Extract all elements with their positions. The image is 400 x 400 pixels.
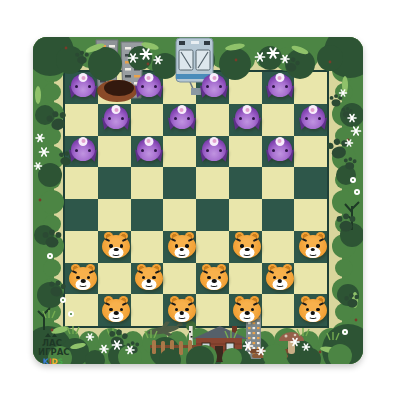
- tiger-cub-piece[interactable]: [299, 296, 327, 323]
- purple-owl-piece[interactable]: [233, 105, 261, 132]
- tiger-cub-piece[interactable]: [168, 232, 196, 259]
- purple-owl-piece[interactable]: [299, 105, 327, 132]
- purple-owl-piece[interactable]: [200, 137, 228, 164]
- purple-owl-piece[interactable]: [168, 105, 196, 132]
- tiger-cub-piece[interactable]: [299, 232, 327, 259]
- purple-owl-piece[interactable]: [135, 73, 163, 100]
- tiger-cub-piece[interactable]: [168, 296, 196, 323]
- tiger-cub-piece[interactable]: [102, 232, 130, 259]
- pieces-layer: [65, 72, 327, 326]
- checkers-mat-photo: ЛАС ИГРАС KIDS: [0, 0, 400, 400]
- purple-owl-piece[interactable]: [266, 73, 294, 100]
- tiger-cub-piece[interactable]: [200, 264, 228, 291]
- tiger-cub-piece[interactable]: [69, 264, 97, 291]
- purple-owl-piece[interactable]: [200, 73, 228, 100]
- purple-owl-piece[interactable]: [69, 137, 97, 164]
- tiger-cub-piece[interactable]: [266, 264, 294, 291]
- purple-owl-piece[interactable]: [266, 137, 294, 164]
- tiger-cub-piece[interactable]: [135, 264, 163, 291]
- purple-owl-piece[interactable]: [69, 73, 97, 100]
- tiger-cub-piece[interactable]: [233, 296, 261, 323]
- purple-owl-piece[interactable]: [102, 105, 130, 132]
- tiger-cub-piece[interactable]: [102, 296, 130, 323]
- tiger-cub-piece[interactable]: [233, 232, 261, 259]
- purple-owl-piece[interactable]: [135, 137, 163, 164]
